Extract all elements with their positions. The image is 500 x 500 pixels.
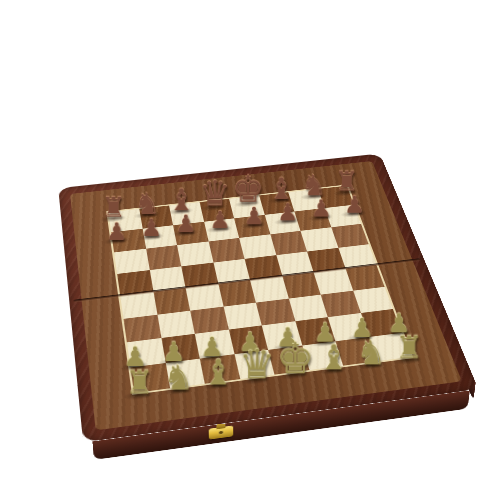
piece-brass-knight[interactable]: ♞: [159, 337, 199, 394]
piece-glyph: ♛: [239, 345, 275, 383]
piece-shadow: [299, 192, 327, 201]
piece-shadow: [306, 213, 334, 223]
piece-brass-rook[interactable]: ♜: [119, 342, 159, 399]
piece-shadow: [273, 217, 301, 227]
piece-glyph: ♜: [125, 369, 154, 399]
piece-glyph: ♜: [395, 334, 423, 364]
piece-brass-king[interactable]: ♚: [276, 322, 315, 379]
piece-brass-bishop[interactable]: ♝: [314, 317, 353, 373]
piece-glyph: ♝: [202, 356, 233, 389]
piece-shadow: [332, 188, 360, 197]
piece-glyph: ♞: [164, 362, 195, 394]
piece-shadow: [267, 195, 295, 204]
piece-shadow: [167, 206, 194, 215]
piece-shadow: [239, 220, 267, 230]
piece-brass-bishop[interactable]: ♝: [198, 332, 237, 389]
piece-shadow: [339, 209, 367, 219]
piece-shadow: [99, 214, 126, 224]
piece-brass-rook[interactable]: ♜: [390, 308, 429, 364]
piece-shadow: [133, 210, 160, 220]
piece-brass-knight[interactable]: ♞: [352, 313, 391, 369]
piece-shadow: [200, 203, 227, 212]
piece-shadow: [102, 236, 130, 246]
piece-glyph: ♞: [356, 337, 386, 369]
folding-chess-box: ♜♞♝♛♚♝♞♜♟♟♟♟♟♟♟♟♟♟♟♟♟♟♟♟♜♞♝♛♚♝♞♜: [58, 154, 478, 443]
piece-shadow: [234, 199, 262, 208]
product-photo-stage: ♜♞♝♛♚♝♞♜♟♟♟♟♟♟♟♟♟♟♟♟♟♟♟♟♜♞♝♛♚♝♞♜: [0, 0, 500, 500]
piece-shadow: [171, 228, 199, 238]
piece-shadow: [205, 224, 233, 234]
piece-brass-queen[interactable]: ♛: [237, 327, 276, 384]
piece-glyph: ♚: [276, 338, 314, 378]
piece-glyph: ♝: [318, 341, 349, 374]
front-latch-icon[interactable]: [209, 425, 234, 439]
piece-shadow: [137, 232, 165, 242]
